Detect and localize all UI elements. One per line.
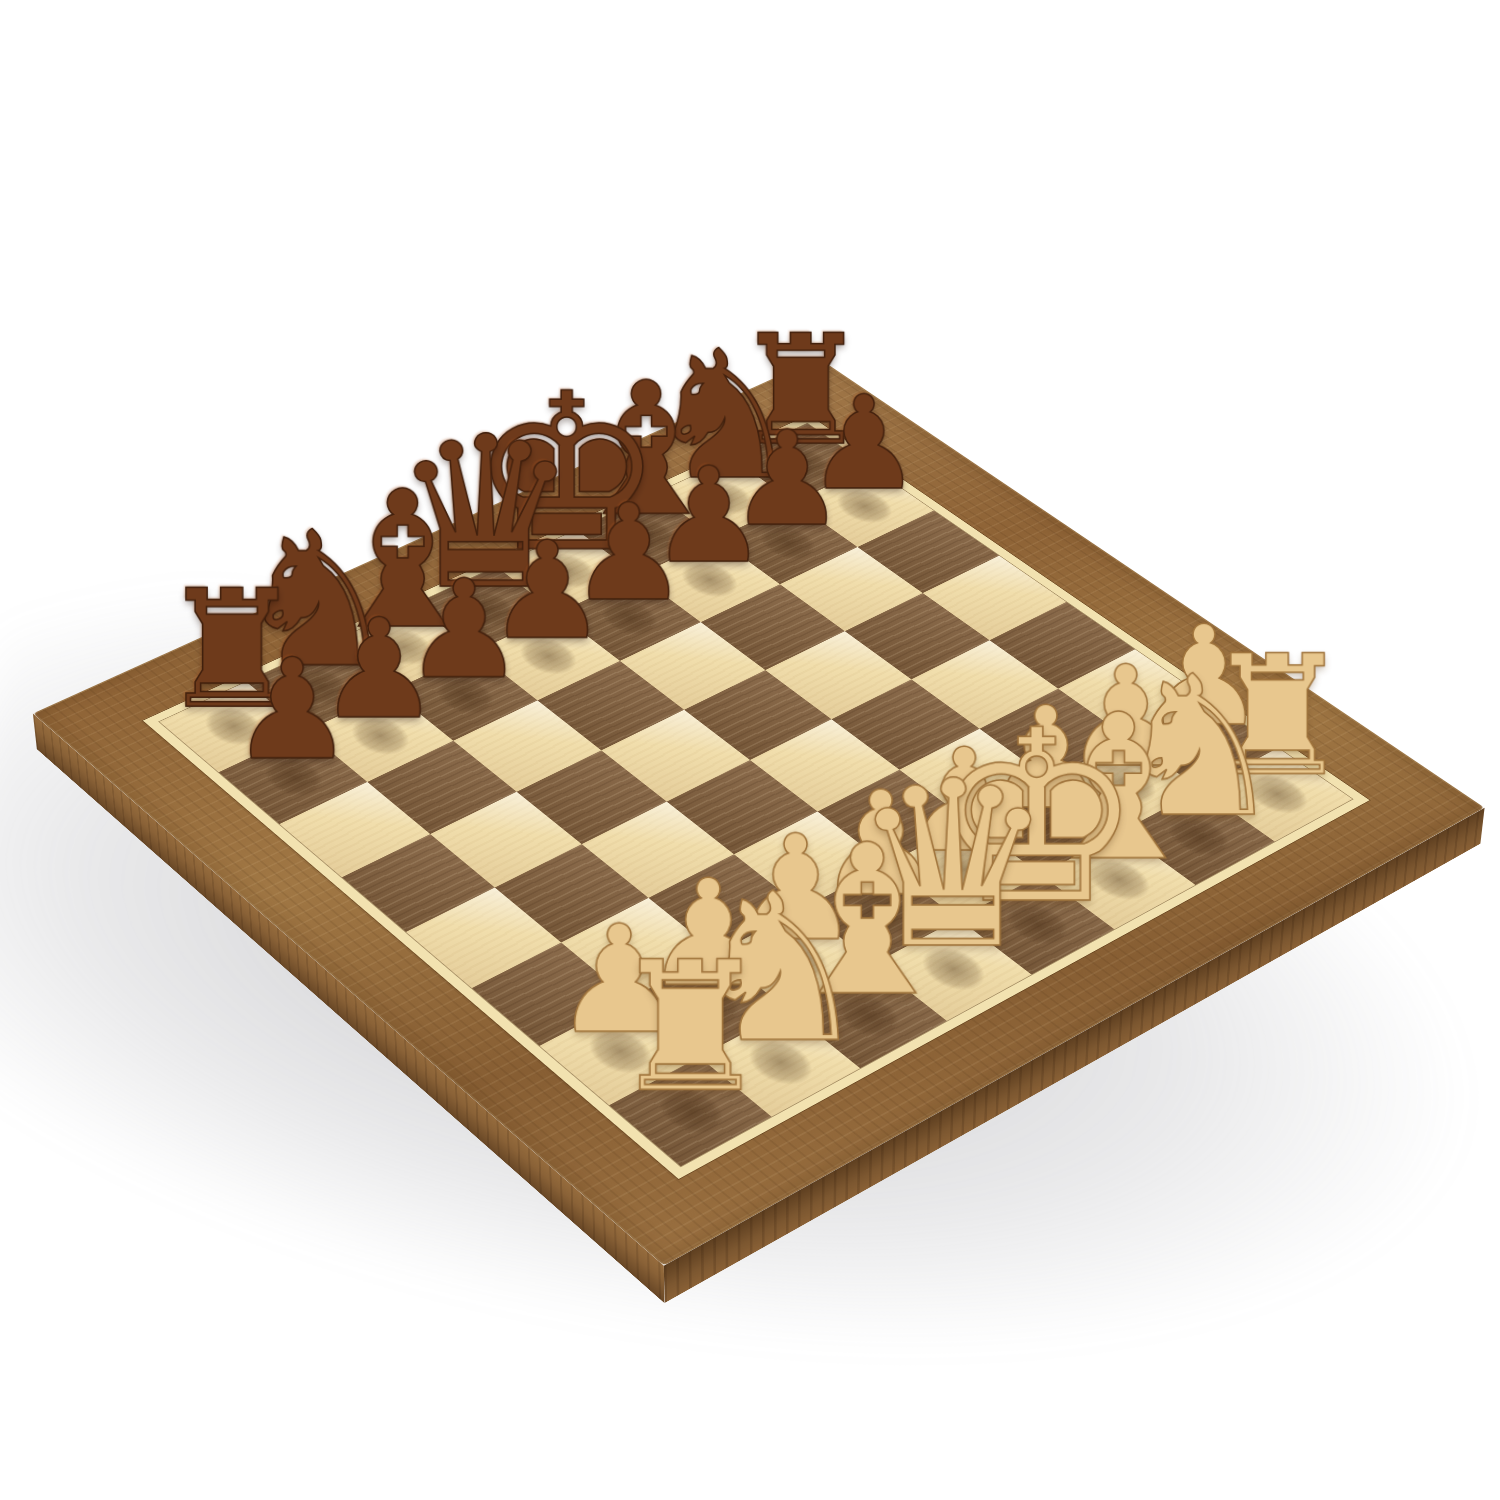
perspective-scene: ♜♞♝♛♚♝♞♜♟♟♟♟♟♟♟♟♟♟♟♟♟♟♟♟♜♞♝♛♚♝♞♜ [0, 0, 1500, 1500]
chess-set-photo: ♜♞♝♛♚♝♞♜♟♟♟♟♟♟♟♟♟♟♟♟♟♟♟♟♜♞♝♛♚♝♞♜ [0, 0, 1500, 1500]
chess-board: ♜♞♝♛♚♝♞♜♟♟♟♟♟♟♟♟♟♟♟♟♟♟♟♟♜♞♝♛♚♝♞♜ [33, 358, 1485, 1266]
black-pawn-glyph: ♟ [111, 641, 473, 780]
white-rook-glyph: ♜ [494, 938, 887, 1117]
